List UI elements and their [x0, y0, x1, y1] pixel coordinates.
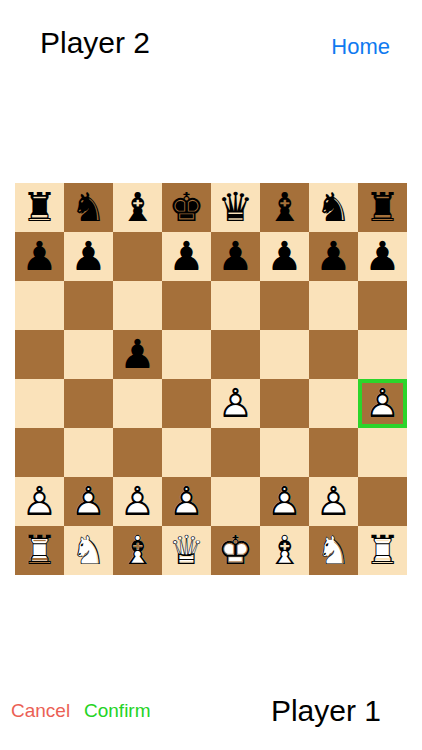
square-e4[interactable]: ♟♙	[211, 379, 260, 428]
square-b5[interactable]	[64, 330, 113, 379]
piece-outline-layer: ♗	[260, 526, 309, 575]
cancel-button[interactable]: Cancel	[11, 700, 70, 722]
square-d2[interactable]: ♟♙	[162, 477, 211, 526]
piece-black-rook[interactable]: ♜	[358, 183, 407, 232]
piece-black-queen[interactable]: ♛	[211, 183, 260, 232]
piece-white-queen[interactable]: ♛♕	[162, 526, 211, 575]
square-g3[interactable]	[309, 428, 358, 477]
square-c1[interactable]: ♝♗	[113, 526, 162, 575]
piece-outline-layer: ♘	[309, 526, 358, 575]
square-c6[interactable]	[113, 281, 162, 330]
piece-outline-layer: ♙	[162, 477, 211, 526]
square-f2[interactable]: ♟♙	[260, 477, 309, 526]
square-d1[interactable]: ♛♕	[162, 526, 211, 575]
home-button[interactable]: Home	[331, 34, 390, 60]
piece-outline-layer: ♘	[64, 526, 113, 575]
piece-white-rook[interactable]: ♜♖	[15, 526, 64, 575]
square-g7[interactable]: ♟	[309, 232, 358, 281]
square-f4[interactable]	[260, 379, 309, 428]
piece-black-rook[interactable]: ♜	[15, 183, 64, 232]
piece-outline-layer: ♙	[358, 379, 407, 428]
piece-white-pawn[interactable]: ♟♙	[162, 477, 211, 526]
piece-outline-layer: ♙	[211, 379, 260, 428]
square-e7[interactable]: ♟	[211, 232, 260, 281]
piece-outline-layer: ♙	[15, 477, 64, 526]
piece-black-pawn[interactable]: ♟	[309, 232, 358, 281]
square-a3[interactable]	[15, 428, 64, 477]
piece-white-pawn[interactable]: ♟♙	[260, 477, 309, 526]
piece-white-pawn[interactable]: ♟♙	[113, 477, 162, 526]
square-c4[interactable]	[113, 379, 162, 428]
piece-black-knight[interactable]: ♞	[309, 183, 358, 232]
piece-black-knight[interactable]: ♞	[64, 183, 113, 232]
square-b4[interactable]	[64, 379, 113, 428]
square-f5[interactable]	[260, 330, 309, 379]
piece-white-knight[interactable]: ♞♘	[309, 526, 358, 575]
square-h3[interactable]	[358, 428, 407, 477]
square-b1[interactable]: ♞♘	[64, 526, 113, 575]
square-e5[interactable]	[211, 330, 260, 379]
square-b3[interactable]	[64, 428, 113, 477]
piece-outline-layer: ♙	[309, 477, 358, 526]
piece-black-pawn[interactable]: ♟	[15, 232, 64, 281]
piece-outline-layer: ♖	[358, 526, 407, 575]
square-c3[interactable]	[113, 428, 162, 477]
square-h8[interactable]: ♜	[358, 183, 407, 232]
piece-white-knight[interactable]: ♞♘	[64, 526, 113, 575]
piece-white-pawn[interactable]: ♟♙	[15, 477, 64, 526]
piece-white-bishop[interactable]: ♝♗	[113, 526, 162, 575]
piece-black-pawn[interactable]: ♟	[162, 232, 211, 281]
square-b2[interactable]: ♟♙	[64, 477, 113, 526]
square-d5[interactable]	[162, 330, 211, 379]
square-d6[interactable]	[162, 281, 211, 330]
square-b7[interactable]: ♟	[64, 232, 113, 281]
piece-outline-layer: ♕	[162, 526, 211, 575]
square-g2[interactable]: ♟♙	[309, 477, 358, 526]
piece-black-pawn[interactable]: ♟	[113, 330, 162, 379]
piece-black-pawn[interactable]: ♟	[358, 232, 407, 281]
square-f7[interactable]: ♟	[260, 232, 309, 281]
top-player-name: Player 2	[40, 26, 150, 60]
square-h6[interactable]	[358, 281, 407, 330]
square-f8[interactable]: ♝	[260, 183, 309, 232]
piece-black-pawn[interactable]: ♟	[211, 232, 260, 281]
square-a2[interactable]: ♟♙	[15, 477, 64, 526]
piece-outline-layer: ♗	[113, 526, 162, 575]
piece-black-pawn[interactable]: ♟	[64, 232, 113, 281]
square-a7[interactable]: ♟	[15, 232, 64, 281]
square-h1[interactable]: ♜♖	[358, 526, 407, 575]
piece-white-pawn[interactable]: ♟♙	[309, 477, 358, 526]
piece-black-king[interactable]: ♚	[162, 183, 211, 232]
square-g5[interactable]	[309, 330, 358, 379]
square-d8[interactable]: ♚	[162, 183, 211, 232]
square-g4[interactable]	[309, 379, 358, 428]
square-g8[interactable]: ♞	[309, 183, 358, 232]
square-e6[interactable]	[211, 281, 260, 330]
piece-white-pawn[interactable]: ♟♙	[358, 379, 407, 428]
square-e8[interactable]: ♛	[211, 183, 260, 232]
square-h2[interactable]	[358, 477, 407, 526]
square-c2[interactable]: ♟♙	[113, 477, 162, 526]
square-a8[interactable]: ♜	[15, 183, 64, 232]
square-e2[interactable]	[211, 477, 260, 526]
piece-black-bishop[interactable]: ♝	[113, 183, 162, 232]
bottom-player-name: Player 1	[271, 694, 381, 728]
piece-white-king[interactable]: ♚♔	[211, 526, 260, 575]
square-f6[interactable]	[260, 281, 309, 330]
piece-white-bishop[interactable]: ♝♗	[260, 526, 309, 575]
piece-black-pawn[interactable]: ♟	[260, 232, 309, 281]
piece-outline-layer: ♙	[113, 477, 162, 526]
piece-white-pawn[interactable]: ♟♙	[64, 477, 113, 526]
square-h7[interactable]: ♟	[358, 232, 407, 281]
square-a1[interactable]: ♜♖	[15, 526, 64, 575]
chess-board[interactable]: ♜♞♝♚♛♝♞♜♟♟♟♟♟♟♟♟♟♙♟♙♟♙♟♙♟♙♟♙♟♙♟♙♜♖♞♘♝♗♛♕…	[15, 183, 407, 575]
piece-outline-layer: ♙	[260, 477, 309, 526]
square-a6[interactable]	[15, 281, 64, 330]
square-g6[interactable]	[309, 281, 358, 330]
confirm-button[interactable]: Confirm	[84, 700, 151, 722]
square-c5[interactable]: ♟	[113, 330, 162, 379]
piece-black-bishop[interactable]: ♝	[260, 183, 309, 232]
square-f1[interactable]: ♝♗	[260, 526, 309, 575]
piece-outline-layer: ♔	[211, 526, 260, 575]
piece-white-rook[interactable]: ♜♖	[358, 526, 407, 575]
square-b8[interactable]: ♞	[64, 183, 113, 232]
square-h4[interactable]: ♟♙	[358, 379, 407, 428]
square-b6[interactable]	[64, 281, 113, 330]
square-a5[interactable]	[15, 330, 64, 379]
square-f3[interactable]	[260, 428, 309, 477]
square-h5[interactable]	[358, 330, 407, 379]
square-d3[interactable]	[162, 428, 211, 477]
square-a4[interactable]	[15, 379, 64, 428]
square-c8[interactable]: ♝	[113, 183, 162, 232]
square-g1[interactable]: ♞♘	[309, 526, 358, 575]
square-d4[interactable]	[162, 379, 211, 428]
square-e1[interactable]: ♚♔	[211, 526, 260, 575]
piece-white-pawn[interactable]: ♟♙	[211, 379, 260, 428]
piece-outline-layer: ♙	[64, 477, 113, 526]
piece-outline-layer: ♖	[15, 526, 64, 575]
square-e3[interactable]	[211, 428, 260, 477]
square-c7[interactable]	[113, 232, 162, 281]
square-d7[interactable]: ♟	[162, 232, 211, 281]
